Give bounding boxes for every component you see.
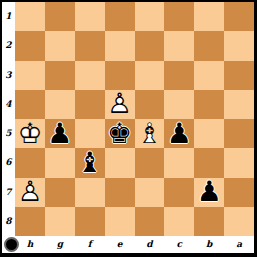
square-e1[interactable] (105, 2, 135, 31)
square-f2[interactable] (75, 31, 105, 60)
black-king[interactable]: ♚ (105, 119, 135, 148)
rank-label-4: 4 (2, 90, 15, 119)
rank-label-8: 8 (2, 207, 15, 236)
square-c5[interactable]: ♟ (164, 119, 194, 148)
white-bishop[interactable]: ♝♗ (135, 119, 165, 148)
square-h5[interactable]: ♚♔ (15, 119, 45, 148)
square-c6[interactable] (164, 148, 194, 177)
square-f8[interactable] (75, 207, 105, 236)
square-g2[interactable] (45, 31, 75, 60)
square-f3[interactable] (75, 61, 105, 90)
file-labels: hgfedcba (15, 236, 254, 253)
rank-label-5: 5 (2, 119, 15, 148)
file-label-f: f (75, 236, 105, 253)
diagram-inner: 12345678 ♟♙♚♔♟♚♝♗♟♝♟♙♟ hgfedcba (2, 2, 254, 253)
rank-label-2: 2 (2, 31, 15, 60)
rank-label-7: 7 (2, 178, 15, 207)
square-b4[interactable] (194, 90, 224, 119)
square-b3[interactable] (194, 61, 224, 90)
rank-label-1: 1 (2, 2, 15, 31)
square-a7[interactable] (224, 178, 254, 207)
chess-board: ♟♙♚♔♟♚♝♗♟♝♟♙♟ (15, 2, 254, 236)
file-label-e: e (105, 236, 135, 253)
white-king[interactable]: ♚♔ (15, 119, 45, 148)
square-g5[interactable]: ♟ (45, 119, 75, 148)
square-a4[interactable] (224, 90, 254, 119)
square-a6[interactable] (224, 148, 254, 177)
square-h4[interactable] (15, 90, 45, 119)
square-f7[interactable] (75, 178, 105, 207)
square-a1[interactable] (224, 2, 254, 31)
square-d5[interactable]: ♝♗ (135, 119, 165, 148)
square-d6[interactable] (135, 148, 165, 177)
square-d2[interactable] (135, 31, 165, 60)
rank-labels: 12345678 (2, 2, 15, 236)
square-h2[interactable] (15, 31, 45, 60)
square-a3[interactable] (224, 61, 254, 90)
square-a2[interactable] (224, 31, 254, 60)
square-c1[interactable] (164, 2, 194, 31)
square-e4[interactable]: ♟♙ (105, 90, 135, 119)
square-b6[interactable] (194, 148, 224, 177)
square-e7[interactable] (105, 178, 135, 207)
square-d1[interactable] (135, 2, 165, 31)
square-a8[interactable] (224, 207, 254, 236)
black-bishop[interactable]: ♝ (75, 148, 105, 177)
chessboard-frame: 12345678 ♟♙♚♔♟♚♝♗♟♝♟♙♟ hgfedcba (0, 0, 257, 257)
square-e2[interactable] (105, 31, 135, 60)
square-d7[interactable] (135, 178, 165, 207)
square-b7[interactable]: ♟ (194, 178, 224, 207)
square-g4[interactable] (45, 90, 75, 119)
square-e5[interactable]: ♚ (105, 119, 135, 148)
square-g6[interactable] (45, 148, 75, 177)
square-g8[interactable] (45, 207, 75, 236)
square-b1[interactable] (194, 2, 224, 31)
square-c7[interactable] (164, 178, 194, 207)
black-pawn[interactable]: ♟ (164, 119, 194, 148)
square-d4[interactable] (135, 90, 165, 119)
square-f6[interactable]: ♝ (75, 148, 105, 177)
black-pawn[interactable]: ♟ (194, 178, 224, 207)
square-b2[interactable] (194, 31, 224, 60)
square-e8[interactable] (105, 207, 135, 236)
piece-outline-layer: ♙ (15, 178, 45, 207)
square-c3[interactable] (164, 61, 194, 90)
square-h8[interactable] (15, 207, 45, 236)
file-label-a: a (224, 236, 254, 253)
rank-label-3: 3 (2, 61, 15, 90)
square-f5[interactable] (75, 119, 105, 148)
white-pawn[interactable]: ♟♙ (105, 90, 135, 119)
square-g3[interactable] (45, 61, 75, 90)
file-label-c: c (164, 236, 194, 253)
file-label-b: b (194, 236, 224, 253)
piece-outline-layer: ♗ (135, 119, 165, 148)
square-c8[interactable] (164, 207, 194, 236)
square-d3[interactable] (135, 61, 165, 90)
white-pawn[interactable]: ♟♙ (15, 178, 45, 207)
square-h3[interactable] (15, 61, 45, 90)
square-g1[interactable] (45, 2, 75, 31)
black-pawn[interactable]: ♟ (45, 119, 75, 148)
square-f1[interactable] (75, 2, 105, 31)
square-b5[interactable] (194, 119, 224, 148)
file-label-h: h (15, 236, 45, 253)
file-label-g: g (45, 236, 75, 253)
square-h7[interactable]: ♟♙ (15, 178, 45, 207)
square-h1[interactable] (15, 2, 45, 31)
square-h6[interactable] (15, 148, 45, 177)
piece-outline-layer: ♙ (105, 90, 135, 119)
black-to-move-indicator (4, 237, 19, 252)
square-c2[interactable] (164, 31, 194, 60)
square-c4[interactable] (164, 90, 194, 119)
square-b8[interactable] (194, 207, 224, 236)
square-e6[interactable] (105, 148, 135, 177)
square-g7[interactable] (45, 178, 75, 207)
square-e3[interactable] (105, 61, 135, 90)
rank-label-6: 6 (2, 148, 15, 177)
piece-outline-layer: ♔ (15, 119, 45, 148)
square-d8[interactable] (135, 207, 165, 236)
square-a5[interactable] (224, 119, 254, 148)
file-label-d: d (135, 236, 165, 253)
square-f4[interactable] (75, 90, 105, 119)
